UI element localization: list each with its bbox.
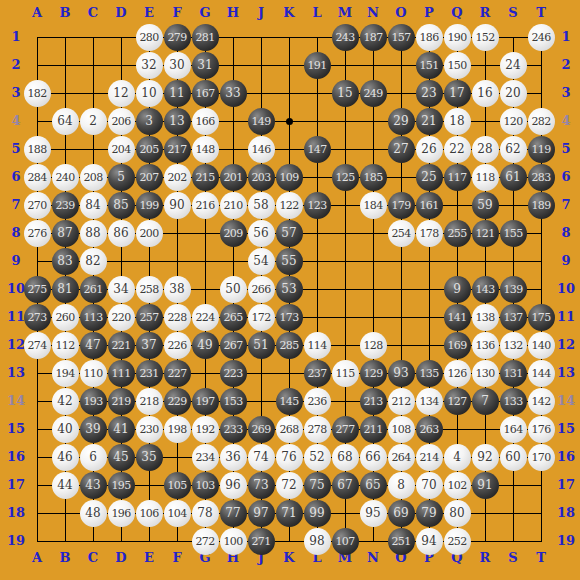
stone-T15: 176 <box>528 416 555 443</box>
move-number: 9 <box>453 283 461 295</box>
stone-L18: 99 <box>304 500 331 527</box>
move-number: 137 <box>503 312 522 323</box>
stone-M19: 107 <box>332 528 359 555</box>
move-number: 64 <box>57 115 72 127</box>
move-number: 75 <box>309 479 324 491</box>
move-number: 68 <box>337 451 352 463</box>
stone-S2: 24 <box>500 52 527 79</box>
move-number: 227 <box>167 368 186 379</box>
move-number: 30 <box>169 59 184 71</box>
move-number: 148 <box>195 144 214 155</box>
move-number: 141 <box>447 312 466 323</box>
column-label-bottom-F: F <box>164 550 190 566</box>
stone-K8: 57 <box>276 220 303 247</box>
stone-A10: 275 <box>24 276 51 303</box>
move-number: 260 <box>55 312 74 323</box>
move-number: 189 <box>531 200 550 211</box>
stone-J10: 266 <box>248 276 275 303</box>
column-label-top-R: R <box>472 5 498 21</box>
stone-P17: 70 <box>416 472 443 499</box>
stone-G15: 192 <box>192 416 219 443</box>
move-number: 70 <box>421 479 436 491</box>
stone-B11: 260 <box>52 304 79 331</box>
move-number: 115 <box>335 368 354 379</box>
move-number: 173 <box>279 312 298 323</box>
stone-E15: 230 <box>136 416 163 443</box>
move-number: 236 <box>307 396 326 407</box>
stone-H19: 100 <box>220 528 247 555</box>
stone-C18: 48 <box>80 500 107 527</box>
move-number: 136 <box>475 340 494 351</box>
stone-E12: 37 <box>136 332 163 359</box>
move-number: 151 <box>419 60 438 71</box>
move-number: 61 <box>505 171 520 183</box>
stone-E1: 280 <box>136 24 163 51</box>
stone-Q17: 102 <box>444 472 471 499</box>
stone-N18: 95 <box>360 500 387 527</box>
stone-H18: 77 <box>220 500 247 527</box>
row-label-left-4: 4 <box>3 113 29 129</box>
stone-R1: 152 <box>472 24 499 51</box>
stone-R12: 136 <box>472 332 499 359</box>
stone-C7: 84 <box>80 192 107 219</box>
move-number: 282 <box>531 116 550 127</box>
move-number: 201 <box>223 172 242 183</box>
move-number: 270 <box>27 200 46 211</box>
move-number: 37 <box>141 339 156 351</box>
column-label-top-N: N <box>360 5 386 21</box>
go-board[interactable]: AABBCCDDEEFFGGHHJJKKLLMMNNOOPPQQRRSSTT11… <box>0 0 580 580</box>
move-number: 255 <box>447 228 466 239</box>
move-number: 94 <box>421 535 436 547</box>
stone-E8: 200 <box>136 220 163 247</box>
move-number: 78 <box>197 507 212 519</box>
move-number: 97 <box>253 507 268 519</box>
stone-N17: 65 <box>360 472 387 499</box>
stone-F18: 104 <box>164 500 191 527</box>
stone-N6: 185 <box>360 164 387 191</box>
move-number: 119 <box>531 144 550 155</box>
row-label-left-1: 1 <box>3 29 29 45</box>
stone-S15: 164 <box>500 416 527 443</box>
move-number: 36 <box>225 451 240 463</box>
move-number: 98 <box>309 535 324 547</box>
move-number: 216 <box>195 200 214 211</box>
move-number: 38 <box>169 283 184 295</box>
row-label-right-14: 14 <box>553 393 579 409</box>
move-number: 25 <box>421 171 436 183</box>
move-number: 120 <box>503 116 522 127</box>
stone-R5: 28 <box>472 136 499 163</box>
stone-B8: 87 <box>52 220 79 247</box>
row-label-right-19: 19 <box>553 533 579 549</box>
stone-L15: 278 <box>304 416 331 443</box>
move-number: 283 <box>531 172 550 183</box>
stone-L14: 236 <box>304 388 331 415</box>
move-number: 153 <box>223 396 242 407</box>
move-number: 228 <box>167 312 186 323</box>
move-number: 109 <box>279 172 298 183</box>
stone-T5: 119 <box>528 136 555 163</box>
stone-N15: 211 <box>360 416 387 443</box>
move-number: 192 <box>195 424 214 435</box>
move-number: 164 <box>503 424 522 435</box>
stone-J17: 73 <box>248 472 275 499</box>
column-label-bottom-T: T <box>528 550 554 566</box>
move-number: 96 <box>225 479 240 491</box>
stone-H3: 33 <box>220 80 247 107</box>
move-number: 31 <box>197 59 212 71</box>
stone-O5: 27 <box>388 136 415 163</box>
stone-K6: 109 <box>276 164 303 191</box>
move-number: 40 <box>57 423 72 435</box>
move-number: 66 <box>365 451 380 463</box>
star-point-K4 <box>286 118 293 125</box>
column-label-top-E: E <box>136 5 162 21</box>
move-number: 209 <box>223 228 242 239</box>
stone-O13: 93 <box>388 360 415 387</box>
stone-J9: 54 <box>248 248 275 275</box>
stone-R8: 121 <box>472 220 499 247</box>
row-label-left-9: 9 <box>3 253 29 269</box>
move-number: 80 <box>449 507 464 519</box>
move-number: 26 <box>421 143 436 155</box>
stone-S3: 20 <box>500 80 527 107</box>
move-number: 170 <box>531 452 550 463</box>
stone-H6: 201 <box>220 164 247 191</box>
move-number: 147 <box>307 144 326 155</box>
stone-B14: 42 <box>52 388 79 415</box>
move-number: 27 <box>393 143 408 155</box>
stone-N14: 213 <box>360 388 387 415</box>
move-number: 3 <box>145 115 153 127</box>
stone-G18: 78 <box>192 500 219 527</box>
move-number: 133 <box>503 396 522 407</box>
move-number: 226 <box>167 340 186 351</box>
move-number: 284 <box>27 172 46 183</box>
move-number: 218 <box>139 396 158 407</box>
move-number: 276 <box>27 228 46 239</box>
move-number: 60 <box>505 451 520 463</box>
move-number: 237 <box>307 368 326 379</box>
stone-N3: 249 <box>360 80 387 107</box>
stone-C15: 39 <box>80 416 107 443</box>
move-number: 93 <box>393 367 408 379</box>
stone-O18: 69 <box>388 500 415 527</box>
move-number: 239 <box>55 200 74 211</box>
stone-Q13: 126 <box>444 360 471 387</box>
column-label-bottom-N: N <box>360 550 386 566</box>
row-label-left-16: 16 <box>3 449 29 465</box>
move-number: 6 <box>89 451 97 463</box>
row-label-right-8: 8 <box>553 225 579 241</box>
stone-A5: 188 <box>24 136 51 163</box>
move-number: 214 <box>419 452 438 463</box>
move-number: 122 <box>279 200 298 211</box>
move-number: 240 <box>55 172 74 183</box>
move-number: 111 <box>111 368 130 379</box>
stone-B10: 81 <box>52 276 79 303</box>
stone-E4: 3 <box>136 108 163 135</box>
move-number: 29 <box>393 115 408 127</box>
stone-R14: 7 <box>472 388 499 415</box>
stone-F11: 228 <box>164 304 191 331</box>
stone-D4: 206 <box>108 108 135 135</box>
stone-P5: 26 <box>416 136 443 163</box>
stone-F2: 30 <box>164 52 191 79</box>
move-number: 100 <box>223 536 242 547</box>
move-number: 161 <box>419 200 438 211</box>
stone-G19: 272 <box>192 528 219 555</box>
stone-N1: 187 <box>360 24 387 51</box>
stone-S12: 132 <box>500 332 527 359</box>
stone-A8: 276 <box>24 220 51 247</box>
stone-S8: 155 <box>500 220 527 247</box>
stone-Q6: 117 <box>444 164 471 191</box>
column-label-bottom-D: D <box>108 550 134 566</box>
column-label-top-C: C <box>80 5 106 21</box>
stone-Q3: 17 <box>444 80 471 107</box>
move-number: 39 <box>85 423 100 435</box>
move-number: 155 <box>503 228 522 239</box>
move-number: 142 <box>531 396 550 407</box>
row-label-right-13: 13 <box>553 365 579 381</box>
stone-K16: 76 <box>276 444 303 471</box>
stone-J6: 203 <box>248 164 275 191</box>
stone-B12: 112 <box>52 332 79 359</box>
move-number: 105 <box>167 480 186 491</box>
stone-O19: 251 <box>388 528 415 555</box>
row-label-right-11: 11 <box>553 309 579 325</box>
move-number: 268 <box>279 424 298 435</box>
move-number: 24 <box>505 59 520 71</box>
move-number: 11 <box>169 87 184 99</box>
stone-B17: 44 <box>52 472 79 499</box>
move-number: 87 <box>57 227 72 239</box>
stone-G7: 216 <box>192 192 219 219</box>
stone-D12: 221 <box>108 332 135 359</box>
row-label-left-17: 17 <box>3 477 29 493</box>
move-number: 139 <box>503 284 522 295</box>
move-number: 274 <box>27 340 46 351</box>
stone-A12: 274 <box>24 332 51 359</box>
stone-J5: 146 <box>248 136 275 163</box>
move-number: 134 <box>419 396 438 407</box>
move-number: 191 <box>307 60 326 71</box>
stone-O1: 157 <box>388 24 415 51</box>
stone-M16: 68 <box>332 444 359 471</box>
move-number: 112 <box>55 340 74 351</box>
move-number: 230 <box>139 424 158 435</box>
move-number: 102 <box>447 480 466 491</box>
stone-Q14: 127 <box>444 388 471 415</box>
row-label-right-10: 10 <box>553 281 579 297</box>
stone-A6: 284 <box>24 164 51 191</box>
stone-T14: 142 <box>528 388 555 415</box>
stone-D10: 34 <box>108 276 135 303</box>
move-number: 144 <box>531 368 550 379</box>
move-number: 206 <box>111 116 130 127</box>
row-label-right-2: 2 <box>553 57 579 73</box>
stone-G16: 234 <box>192 444 219 471</box>
stone-C14: 193 <box>80 388 107 415</box>
move-number: 23 <box>421 87 436 99</box>
move-number: 130 <box>475 368 494 379</box>
move-number: 203 <box>251 172 270 183</box>
stone-R16: 92 <box>472 444 499 471</box>
stone-L5: 147 <box>304 136 331 163</box>
column-label-top-M: M <box>332 5 358 21</box>
move-number: 74 <box>253 451 268 463</box>
row-label-left-19: 19 <box>3 533 29 549</box>
stone-D13: 111 <box>108 360 135 387</box>
column-label-top-A: A <box>24 5 50 21</box>
move-number: 13 <box>169 115 184 127</box>
stone-T13: 144 <box>528 360 555 387</box>
stone-G11: 224 <box>192 304 219 331</box>
move-number: 21 <box>421 115 436 127</box>
stone-O15: 108 <box>388 416 415 443</box>
stone-L7: 123 <box>304 192 331 219</box>
move-number: 83 <box>57 255 72 267</box>
move-number: 197 <box>195 396 214 407</box>
move-number: 186 <box>419 32 438 43</box>
stone-D11: 220 <box>108 304 135 331</box>
move-number: 103 <box>195 480 214 491</box>
stone-H7: 210 <box>220 192 247 219</box>
move-number: 57 <box>281 227 296 239</box>
row-label-left-2: 2 <box>3 57 29 73</box>
move-number: 194 <box>55 368 74 379</box>
stone-Q1: 190 <box>444 24 471 51</box>
move-number: 45 <box>113 451 128 463</box>
column-label-top-Q: Q <box>444 5 470 21</box>
stone-H14: 153 <box>220 388 247 415</box>
column-label-top-H: H <box>220 5 246 21</box>
move-number: 220 <box>111 312 130 323</box>
row-label-right-12: 12 <box>553 337 579 353</box>
column-label-bottom-A: A <box>24 550 50 566</box>
move-number: 269 <box>251 424 270 435</box>
stone-O8: 254 <box>388 220 415 247</box>
move-number: 210 <box>223 200 242 211</box>
move-number: 106 <box>139 508 158 519</box>
move-number: 129 <box>363 368 382 379</box>
stone-D14: 219 <box>108 388 135 415</box>
column-label-bottom-C: C <box>80 550 106 566</box>
stone-H17: 96 <box>220 472 247 499</box>
stone-T16: 170 <box>528 444 555 471</box>
stone-O7: 179 <box>388 192 415 219</box>
move-number: 73 <box>253 479 268 491</box>
stone-K17: 72 <box>276 472 303 499</box>
move-number: 20 <box>505 87 520 99</box>
move-number: 219 <box>111 396 130 407</box>
move-number: 196 <box>111 508 130 519</box>
stone-P3: 23 <box>416 80 443 107</box>
move-number: 44 <box>57 479 72 491</box>
stone-D15: 41 <box>108 416 135 443</box>
move-number: 126 <box>447 368 466 379</box>
stone-F12: 226 <box>164 332 191 359</box>
stone-C8: 88 <box>80 220 107 247</box>
stone-A7: 270 <box>24 192 51 219</box>
row-label-right-18: 18 <box>553 505 579 521</box>
stone-M6: 125 <box>332 164 359 191</box>
row-label-left-14: 14 <box>3 393 29 409</box>
column-label-bottom-B: B <box>52 550 78 566</box>
stone-D7: 85 <box>108 192 135 219</box>
stone-D5: 204 <box>108 136 135 163</box>
stone-G17: 103 <box>192 472 219 499</box>
stone-P14: 134 <box>416 388 443 415</box>
stone-Q5: 22 <box>444 136 471 163</box>
stone-H16: 36 <box>220 444 247 471</box>
move-number: 281 <box>195 32 214 43</box>
column-label-top-G: G <box>192 5 218 21</box>
move-number: 185 <box>363 172 382 183</box>
stone-Q8: 255 <box>444 220 471 247</box>
move-number: 56 <box>253 227 268 239</box>
stone-L12: 114 <box>304 332 331 359</box>
stone-N16: 66 <box>360 444 387 471</box>
move-number: 48 <box>85 507 100 519</box>
move-number: 59 <box>477 199 492 211</box>
stone-O17: 8 <box>388 472 415 499</box>
column-label-top-P: P <box>416 5 442 21</box>
move-number: 215 <box>195 172 214 183</box>
move-number: 267 <box>223 340 242 351</box>
move-number: 204 <box>111 144 130 155</box>
move-number: 113 <box>83 312 102 323</box>
stone-T1: 246 <box>528 24 555 51</box>
move-number: 52 <box>309 451 324 463</box>
move-number: 99 <box>309 507 324 519</box>
stone-E16: 35 <box>136 444 163 471</box>
stone-H11: 265 <box>220 304 247 331</box>
stone-H10: 50 <box>220 276 247 303</box>
move-number: 249 <box>363 88 382 99</box>
stone-K9: 55 <box>276 248 303 275</box>
stone-T7: 189 <box>528 192 555 219</box>
move-number: 258 <box>139 284 158 295</box>
stone-B6: 240 <box>52 164 79 191</box>
stone-T4: 282 <box>528 108 555 135</box>
move-number: 157 <box>391 32 410 43</box>
stone-M3: 15 <box>332 80 359 107</box>
column-label-bottom-S: S <box>500 550 526 566</box>
stone-C17: 43 <box>80 472 107 499</box>
move-number: 264 <box>391 452 410 463</box>
stone-Q19: 252 <box>444 528 471 555</box>
stone-P15: 263 <box>416 416 443 443</box>
stone-H13: 223 <box>220 360 247 387</box>
stone-P19: 94 <box>416 528 443 555</box>
row-label-right-4: 4 <box>553 113 579 129</box>
move-number: 121 <box>475 228 494 239</box>
stone-F3: 11 <box>164 80 191 107</box>
move-number: 28 <box>477 143 492 155</box>
move-number: 131 <box>503 368 522 379</box>
move-number: 42 <box>57 395 72 407</box>
move-number: 90 <box>169 199 184 211</box>
move-number: 58 <box>253 199 268 211</box>
move-number: 22 <box>449 143 464 155</box>
move-number: 211 <box>363 424 382 435</box>
move-number: 43 <box>85 479 100 491</box>
stone-J11: 172 <box>248 304 275 331</box>
move-number: 266 <box>251 284 270 295</box>
